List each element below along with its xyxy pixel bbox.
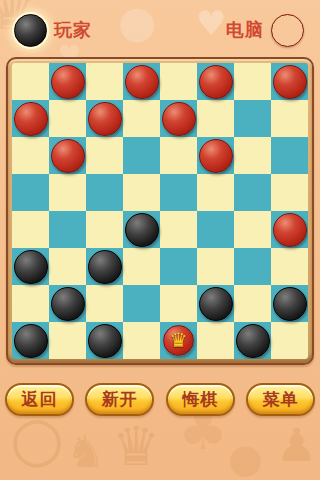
- board-cell[interactable]: [86, 137, 123, 174]
- board-cell[interactable]: [49, 63, 86, 100]
- board-cell[interactable]: [234, 174, 271, 211]
- board-cell[interactable]: [123, 63, 160, 100]
- board-cell[interactable]: [160, 174, 197, 211]
- black-piece[interactable]: [199, 287, 233, 321]
- board-cell[interactable]: [197, 211, 234, 248]
- button-bar: 返回 新开 悔棋 菜单: [0, 383, 320, 416]
- board-cell[interactable]: [160, 137, 197, 174]
- board-cell[interactable]: [86, 63, 123, 100]
- red-piece[interactable]: [51, 139, 85, 173]
- board-cell[interactable]: [86, 211, 123, 248]
- board-cell[interactable]: [271, 248, 308, 285]
- red-piece[interactable]: [273, 65, 307, 99]
- black-piece[interactable]: [14, 250, 48, 284]
- black-piece[interactable]: [236, 324, 270, 358]
- black-piece[interactable]: [88, 250, 122, 284]
- board-cell[interactable]: [197, 137, 234, 174]
- board-cell[interactable]: [160, 248, 197, 285]
- board-cell[interactable]: [12, 174, 49, 211]
- board-cell[interactable]: [49, 174, 86, 211]
- board-cell[interactable]: [12, 137, 49, 174]
- checkers-board: ♛: [12, 63, 308, 359]
- board-cell[interactable]: [12, 248, 49, 285]
- board-cell[interactable]: [86, 322, 123, 359]
- crown-icon: ♛: [170, 330, 188, 350]
- board-cell[interactable]: [271, 285, 308, 322]
- black-piece[interactable]: [125, 213, 159, 247]
- board-cell[interactable]: [12, 322, 49, 359]
- board-cell[interactable]: [197, 100, 234, 137]
- computer-label: 电脑: [226, 18, 264, 42]
- board-cell[interactable]: [86, 248, 123, 285]
- board-cell[interactable]: [12, 285, 49, 322]
- board-cell[interactable]: [271, 322, 308, 359]
- red-piece[interactable]: [162, 102, 196, 136]
- red-piece[interactable]: [125, 65, 159, 99]
- computer-piece-icon: [271, 14, 304, 47]
- board-cell[interactable]: [271, 100, 308, 137]
- board-cell[interactable]: [234, 285, 271, 322]
- board-cell[interactable]: [49, 322, 86, 359]
- black-piece[interactable]: [51, 287, 85, 321]
- red-piece[interactable]: [88, 102, 122, 136]
- board-cell[interactable]: [123, 285, 160, 322]
- red-piece[interactable]: [273, 213, 307, 247]
- board-cell[interactable]: [123, 100, 160, 137]
- red-king-piece[interactable]: ♛: [163, 325, 194, 356]
- red-piece[interactable]: [14, 102, 48, 136]
- board-cell[interactable]: [123, 211, 160, 248]
- board-cell[interactable]: [123, 248, 160, 285]
- board-cell[interactable]: [234, 248, 271, 285]
- board-cell[interactable]: [197, 248, 234, 285]
- board-cell[interactable]: [234, 137, 271, 174]
- board-cell[interactable]: [86, 100, 123, 137]
- board-cell[interactable]: [12, 211, 49, 248]
- board-cell[interactable]: [49, 248, 86, 285]
- board-cell[interactable]: [160, 285, 197, 322]
- board-cell[interactable]: [160, 211, 197, 248]
- black-piece[interactable]: [273, 287, 307, 321]
- board-cell[interactable]: [197, 174, 234, 211]
- player-label: 玩家: [54, 18, 92, 42]
- player-piece-icon: [14, 14, 47, 47]
- back-button[interactable]: 返回: [5, 383, 74, 416]
- board-cell[interactable]: [234, 63, 271, 100]
- board-cell[interactable]: [49, 137, 86, 174]
- board-cell[interactable]: [12, 100, 49, 137]
- black-piece[interactable]: [14, 324, 48, 358]
- board-cell[interactable]: [271, 63, 308, 100]
- board-cell[interactable]: [123, 322, 160, 359]
- board-cell[interactable]: [197, 63, 234, 100]
- board-cell[interactable]: [160, 100, 197, 137]
- board-cell[interactable]: [12, 63, 49, 100]
- black-piece[interactable]: [88, 324, 122, 358]
- board-cell[interactable]: [271, 174, 308, 211]
- game-screen: 玩家 电脑 ♛ 返回 新开 悔棋 菜单: [0, 0, 320, 480]
- board-cell[interactable]: [49, 285, 86, 322]
- undo-button[interactable]: 悔棋: [166, 383, 235, 416]
- status-bar: 玩家 电脑: [0, 0, 320, 48]
- board-cell[interactable]: [271, 137, 308, 174]
- board-cell[interactable]: [86, 174, 123, 211]
- board-cell[interactable]: [271, 211, 308, 248]
- board-cell[interactable]: [197, 322, 234, 359]
- board-cell[interactable]: ♛: [160, 322, 197, 359]
- new-game-button[interactable]: 新开: [85, 383, 154, 416]
- player-indicator: 玩家: [14, 14, 92, 47]
- board-frame: ♛: [6, 57, 314, 365]
- board-cell[interactable]: [86, 285, 123, 322]
- menu-button[interactable]: 菜单: [246, 383, 315, 416]
- board-cell[interactable]: [234, 322, 271, 359]
- board-cell[interactable]: [123, 174, 160, 211]
- computer-indicator: 电脑: [226, 14, 304, 47]
- red-piece[interactable]: [199, 139, 233, 173]
- board-cell[interactable]: [197, 285, 234, 322]
- red-piece[interactable]: [51, 65, 85, 99]
- board-cell[interactable]: [160, 63, 197, 100]
- board-cell[interactable]: [49, 100, 86, 137]
- red-piece[interactable]: [199, 65, 233, 99]
- board-cell[interactable]: [123, 137, 160, 174]
- board-cell[interactable]: [234, 211, 271, 248]
- board-cell[interactable]: [234, 100, 271, 137]
- board-cell[interactable]: [49, 211, 86, 248]
